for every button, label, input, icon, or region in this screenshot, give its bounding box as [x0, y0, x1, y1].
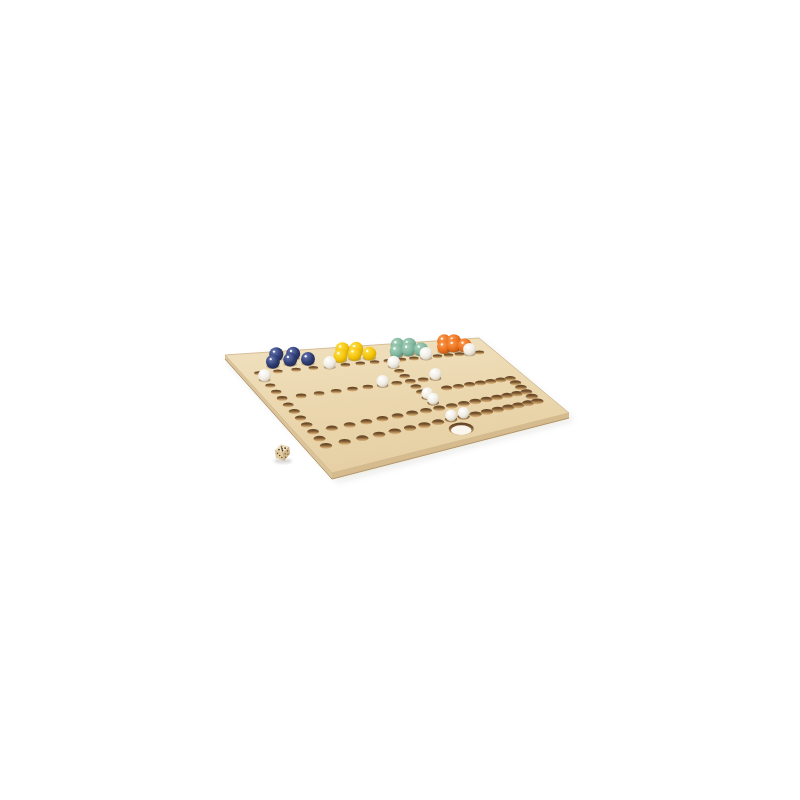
board-hole — [373, 432, 385, 438]
barricade-white-marble[interactable] — [377, 375, 389, 387]
board-hole — [296, 394, 307, 399]
board-hole — [326, 426, 338, 432]
marble-teal[interactable] — [401, 343, 415, 357]
marble-highlight — [391, 359, 393, 361]
goal-hole — [449, 422, 474, 435]
barricade-white-marble[interactable] — [445, 410, 457, 422]
board-hole — [291, 368, 301, 372]
board-hole — [273, 369, 283, 373]
board-hole — [410, 384, 421, 389]
board-hole — [277, 396, 288, 401]
marble-highlight — [261, 372, 263, 374]
board-hole — [339, 439, 351, 445]
board-hole — [265, 383, 275, 387]
board-hole — [347, 387, 358, 392]
board-hole — [376, 416, 388, 422]
board-hole — [441, 386, 452, 391]
board-scene-svg — [0, 0, 800, 800]
marble-highlight — [394, 341, 396, 343]
board-hole — [295, 416, 306, 421]
marble-highlight — [353, 345, 355, 347]
marble-highlight — [461, 342, 463, 344]
board-hole — [356, 435, 368, 441]
board-hole — [309, 366, 319, 370]
board-hole — [307, 429, 319, 435]
board-hole — [453, 384, 464, 389]
marble-highlight — [451, 342, 453, 344]
board-hole — [271, 390, 281, 394]
board-hole — [418, 422, 430, 428]
barricade-white-marble[interactable] — [387, 356, 400, 369]
board-hole — [433, 354, 443, 358]
marble-highlight — [287, 356, 289, 358]
marble-highlight — [339, 345, 341, 347]
marble-highlight — [405, 346, 407, 348]
marble-highlight — [441, 343, 443, 345]
board-hole — [531, 398, 543, 404]
board-hole — [341, 363, 351, 367]
barricade-white-marble[interactable] — [458, 407, 470, 419]
board-hole — [432, 419, 444, 425]
board-hole — [481, 409, 493, 415]
marble-highlight — [432, 371, 434, 373]
marble-highlight — [466, 346, 468, 348]
board-hole — [360, 419, 372, 425]
board-hole — [283, 402, 294, 407]
marble-highlight — [461, 410, 463, 412]
board-hole — [331, 389, 342, 394]
board-hole — [510, 380, 521, 385]
board-hole — [409, 357, 419, 361]
marble-highlight — [424, 390, 426, 392]
marble-blue[interactable] — [266, 355, 280, 369]
marble-highlight — [430, 395, 432, 397]
board-hole — [480, 397, 492, 403]
marble-highlight — [418, 345, 420, 347]
board-hole — [320, 443, 332, 449]
product-photo-scene — [0, 0, 800, 800]
board-hole — [475, 381, 486, 386]
marble-highlight — [366, 350, 368, 352]
board-hole — [404, 425, 416, 431]
barricade-white-marble[interactable] — [427, 393, 439, 405]
barricade-white-marble[interactable] — [323, 356, 336, 369]
marble-blue[interactable] — [283, 353, 297, 367]
board-hole — [455, 352, 465, 356]
marble-highlight — [441, 338, 443, 340]
marble-highlight — [273, 350, 275, 352]
board-hole — [485, 379, 496, 384]
marble-highlight — [327, 359, 329, 361]
board-hole — [495, 377, 506, 382]
board-hole — [515, 385, 527, 390]
marble-highlight — [290, 350, 292, 352]
board-hole — [289, 409, 300, 414]
board-hole — [505, 376, 516, 381]
board-hole — [420, 408, 432, 414]
board-hole — [370, 360, 380, 364]
board-hole — [433, 406, 445, 412]
board-hole — [469, 399, 481, 405]
marble-yellow[interactable] — [348, 347, 362, 361]
board-hole — [475, 350, 485, 354]
marble-highlight — [351, 350, 353, 352]
marble-highlight — [337, 352, 339, 354]
board-hole — [392, 413, 404, 419]
board-hole — [464, 382, 475, 387]
board-hole — [391, 381, 402, 386]
board-hole — [356, 362, 366, 366]
marble-yellow[interactable] — [362, 347, 376, 361]
board-hole — [314, 391, 325, 396]
board-hole — [344, 422, 356, 428]
marble-highlight — [393, 347, 395, 349]
barricade-white-marble[interactable] — [258, 369, 271, 382]
marble-highlight — [423, 350, 425, 352]
marble-highlight — [305, 355, 307, 357]
board-hole — [400, 374, 410, 378]
board-hole — [458, 401, 470, 407]
wooden-die[interactable] — [275, 444, 291, 462]
board-hole — [394, 369, 404, 373]
barricade-white-marble[interactable] — [420, 347, 433, 360]
board-hole — [313, 436, 325, 442]
board-hole — [491, 395, 503, 401]
barricade-white-marble[interactable] — [463, 343, 476, 356]
marble-highlight — [270, 358, 272, 360]
board-hole — [418, 377, 429, 382]
marble-highlight — [448, 412, 450, 414]
marble-highlight — [380, 378, 382, 380]
board-hole — [389, 428, 401, 434]
marble-blue[interactable] — [301, 352, 315, 366]
barricade-white-marble[interactable] — [429, 368, 441, 380]
board-hole — [446, 403, 458, 409]
board-hole — [301, 422, 313, 427]
board-hole — [405, 379, 416, 384]
board-hole — [469, 411, 481, 417]
board-hole — [363, 385, 374, 390]
board-hole — [406, 411, 418, 417]
